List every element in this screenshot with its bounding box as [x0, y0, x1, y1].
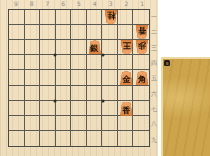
piece-kanji: 銀	[91, 44, 99, 54]
board-square-6九[interactable]	[56, 131, 72, 146]
board-square-1四[interactable]	[133, 55, 149, 70]
rank-label-九: 九	[150, 132, 158, 147]
piece-body: 金	[120, 71, 134, 85]
board-square-5三[interactable]	[71, 40, 87, 55]
board-square-7二[interactable]	[40, 25, 56, 40]
board-square-1六[interactable]	[133, 86, 149, 101]
shogi-board	[0, 0, 158, 156]
hoshi-star-point	[101, 54, 104, 57]
rank-label-七: 七	[150, 101, 158, 116]
board-square-8七[interactable]	[25, 101, 41, 116]
board-square-3四[interactable]	[102, 55, 118, 70]
rank-label-四: 四	[150, 55, 158, 70]
board-square-4九[interactable]	[87, 131, 103, 146]
board-square-5五[interactable]	[71, 70, 87, 85]
komadai-piece-stand	[161, 57, 210, 156]
board-square-2九[interactable]	[118, 131, 134, 146]
board-square-1一[interactable]	[133, 10, 149, 25]
board-square-7七[interactable]	[40, 101, 56, 116]
board-square-6三[interactable]	[56, 40, 72, 55]
file-label-6: 6	[55, 0, 71, 8]
board-square-1九[interactable]	[133, 131, 149, 146]
piece-body: 角	[135, 71, 149, 85]
board-square-8四[interactable]	[25, 55, 41, 70]
piece-kanji: 歩	[138, 41, 146, 51]
board-square-9四[interactable]	[9, 55, 25, 70]
piece-body: 王	[120, 40, 134, 54]
board-square-7五[interactable]	[40, 70, 56, 85]
piece-kanji: 金	[122, 75, 130, 85]
piece-body: 香	[135, 25, 149, 39]
board-square-5一[interactable]	[71, 10, 87, 25]
gote-pawn-1三[interactable]: 歩	[135, 40, 149, 54]
rank-label-五: 五	[150, 70, 158, 85]
rank-label-三: 三	[150, 40, 158, 55]
piece-kanji: 香	[138, 25, 146, 35]
board-square-3九[interactable]	[102, 131, 118, 146]
board-square-3五[interactable]	[102, 70, 118, 85]
sente-lance-2七[interactable]: 香	[120, 102, 134, 116]
piece-kanji: 桂	[106, 10, 114, 20]
board-square-4二[interactable]	[87, 25, 103, 40]
file-label-9: 9	[8, 0, 24, 8]
board-square-5八[interactable]	[71, 116, 87, 131]
piece-kanji: 香	[122, 105, 130, 115]
board-square-2六[interactable]	[118, 86, 134, 101]
gote-lance-1二[interactable]: 香	[135, 25, 149, 39]
board-square-5九[interactable]	[71, 131, 87, 146]
board-square-4四[interactable]	[87, 55, 103, 70]
file-label-1: 1	[134, 0, 150, 8]
sente-hand-marker-icon	[164, 60, 170, 66]
board-square-9九[interactable]	[9, 131, 25, 146]
board-square-4五[interactable]	[87, 70, 103, 85]
board-square-8三[interactable]	[25, 40, 41, 55]
rank-label-一: 一	[150, 9, 158, 24]
file-label-5: 5	[71, 0, 87, 8]
file-label-8: 8	[24, 0, 40, 8]
gote-knight-3一[interactable]: 桂	[104, 10, 118, 24]
board-square-6一[interactable]	[56, 10, 72, 25]
board-square-7九[interactable]	[40, 131, 56, 146]
board-square-9八[interactable]	[9, 116, 25, 131]
board-square-4七[interactable]	[87, 101, 103, 116]
board-square-6七[interactable]	[56, 101, 72, 116]
board-square-1八[interactable]	[133, 116, 149, 131]
board-square-3三[interactable]	[102, 40, 118, 55]
hoshi-star-point	[54, 100, 57, 103]
board-square-5二[interactable]	[71, 25, 87, 40]
board-square-3二[interactable]	[102, 25, 118, 40]
piece-body: 香	[120, 102, 134, 116]
rank-label-二: 二	[150, 24, 158, 39]
piece-body: 桂	[104, 10, 118, 24]
board-square-8一[interactable]	[25, 10, 41, 25]
sente-bishop-1五[interactable]: 角	[135, 71, 149, 85]
board-square-7四[interactable]	[40, 55, 56, 70]
file-label-2: 2	[118, 0, 134, 8]
board-square-6四[interactable]	[56, 55, 72, 70]
board-square-1七[interactable]	[133, 101, 149, 116]
board-square-7八[interactable]	[40, 116, 56, 131]
board-square-8九[interactable]	[25, 131, 41, 146]
board-square-6二[interactable]	[56, 25, 72, 40]
mini-piece-icon	[166, 62, 169, 65]
board-square-6六[interactable]	[56, 86, 72, 101]
piece-body: 銀	[88, 40, 102, 54]
file-label-3: 3	[103, 0, 119, 8]
board-square-8二[interactable]	[25, 25, 41, 40]
rank-label-八: 八	[150, 116, 158, 131]
piece-body: 歩	[135, 40, 149, 54]
file-label-4: 4	[87, 0, 103, 8]
board-square-9七[interactable]	[9, 101, 25, 116]
hoshi-star-point	[101, 100, 104, 103]
board-square-9三[interactable]	[9, 40, 25, 55]
board-square-5七[interactable]	[71, 101, 87, 116]
shogi-app: 987654321一二三四五六七八九桂香銀王歩金角香	[0, 0, 210, 156]
file-label-7: 7	[40, 0, 56, 8]
gote-king-2三[interactable]: 王	[120, 40, 134, 54]
board-square-6五[interactable]	[56, 70, 72, 85]
board-square-6八[interactable]	[56, 116, 72, 131]
piece-kanji: 角	[138, 75, 146, 85]
board-square-3八[interactable]	[102, 116, 118, 131]
board-square-4六[interactable]	[87, 86, 103, 101]
piece-kanji: 王	[122, 41, 130, 51]
board-square-2八[interactable]	[118, 116, 134, 131]
board-square-9五[interactable]	[9, 70, 25, 85]
board-square-3七[interactable]	[102, 101, 118, 116]
board-square-5六[interactable]	[71, 86, 87, 101]
board-square-9二[interactable]	[9, 25, 25, 40]
board-square-7六[interactable]	[40, 86, 56, 101]
board-square-9一[interactable]	[9, 10, 25, 25]
board-square-3六[interactable]	[102, 86, 118, 101]
sente-silver-4三[interactable]: 銀	[88, 40, 102, 54]
board-square-4八[interactable]	[87, 116, 103, 131]
board-square-8八[interactable]	[25, 116, 41, 131]
rank-label-六: 六	[150, 86, 158, 101]
board-square-2四[interactable]	[118, 55, 134, 70]
board-square-5四[interactable]	[71, 55, 87, 70]
board-square-7一[interactable]	[40, 10, 56, 25]
board-square-2二[interactable]	[118, 25, 134, 40]
board-square-2一[interactable]	[118, 10, 134, 25]
board-square-9六[interactable]	[9, 86, 25, 101]
board-square-8五[interactable]	[25, 70, 41, 85]
board-square-4一[interactable]	[87, 10, 103, 25]
board-square-8六[interactable]	[25, 86, 41, 101]
sente-gold-2五[interactable]: 金	[120, 71, 134, 85]
hoshi-star-point	[54, 54, 57, 57]
